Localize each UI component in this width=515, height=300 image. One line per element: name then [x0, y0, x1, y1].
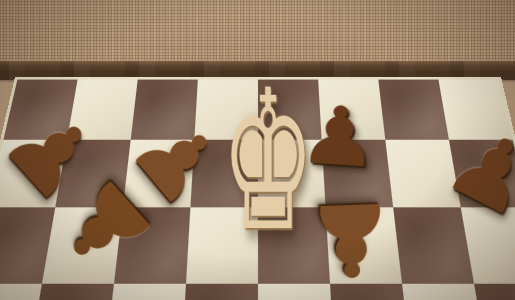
pieces-layer: ♚♟♟♟♟♟♟ [0, 0, 515, 300]
fallen-pawn-h7[interactable]: ♟ [433, 111, 515, 233]
chess-scene: ♚♟♟♟♟♟♟ [0, 0, 515, 300]
fallen-pawn-f7[interactable]: ♟ [296, 94, 382, 180]
fallen-pawn-f6[interactable]: ♟ [304, 187, 397, 290]
